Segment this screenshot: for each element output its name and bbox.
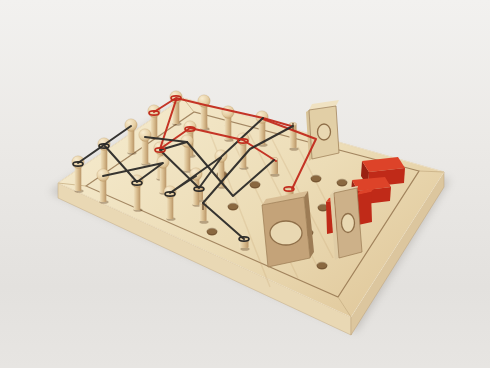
peg-shaft: [128, 129, 135, 153]
peg-head: [139, 129, 151, 141]
window-block-large-hole: [270, 221, 302, 245]
peg-shaft: [184, 145, 191, 171]
peg-shaft: [142, 139, 149, 164]
peg-shaft: [75, 166, 82, 191]
window-block-small-hole: [342, 214, 355, 233]
window-block-back-hole: [318, 124, 331, 140]
peg-shaft: [151, 115, 158, 138]
peg-shaft: [100, 179, 107, 202]
peg-shaft: [167, 196, 174, 219]
scene: [0, 0, 490, 368]
peg-shaft: [134, 185, 141, 210]
peg-shaft: [201, 105, 208, 129]
scene-svg: [0, 0, 490, 368]
